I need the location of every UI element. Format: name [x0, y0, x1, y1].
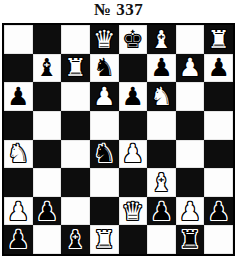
square-h2[interactable]: ♟	[204, 197, 233, 226]
square-a6[interactable]: ♟	[4, 82, 33, 111]
square-f8[interactable]: ♝	[147, 25, 176, 54]
square-c7[interactable]: ♜	[61, 54, 90, 83]
square-d5[interactable]	[90, 111, 119, 140]
square-h4[interactable]	[204, 140, 233, 169]
square-b8[interactable]	[33, 25, 62, 54]
square-c2[interactable]	[61, 197, 90, 226]
white-pawn: ♟	[179, 55, 201, 80]
black-knight: ♞	[93, 55, 115, 80]
white-pawn: ♟	[7, 199, 29, 224]
square-g5[interactable]	[176, 111, 205, 140]
white-rook: ♜	[93, 227, 115, 252]
square-a8[interactable]	[4, 25, 33, 54]
white-pawn: ♟	[122, 141, 144, 166]
square-h6[interactable]	[204, 82, 233, 111]
white-knight: ♞	[150, 84, 172, 109]
square-c6[interactable]	[61, 82, 90, 111]
black-pawn: ♟	[7, 84, 29, 109]
square-f1[interactable]	[147, 225, 176, 254]
black-bishop: ♝	[36, 55, 58, 80]
square-g8[interactable]	[176, 25, 205, 54]
black-pawn: ♟	[36, 199, 58, 224]
square-a4[interactable]: ♞	[4, 140, 33, 169]
square-d1[interactable]: ♜	[90, 225, 119, 254]
square-b5[interactable]	[33, 111, 62, 140]
square-d3[interactable]	[90, 168, 119, 197]
square-a1[interactable]: ♟	[4, 225, 33, 254]
square-h8[interactable]: ♜	[204, 25, 233, 54]
white-rook: ♜	[207, 27, 229, 52]
black-king: ♚	[122, 27, 144, 52]
square-a3[interactable]	[4, 168, 33, 197]
square-g7[interactable]: ♟	[176, 54, 205, 83]
square-e2[interactable]: ♛	[119, 197, 148, 226]
black-pawn: ♟	[150, 199, 172, 224]
square-b4[interactable]	[33, 140, 62, 169]
square-h5[interactable]	[204, 111, 233, 140]
square-f6[interactable]: ♞	[147, 82, 176, 111]
black-pawn: ♟	[207, 199, 229, 224]
black-pawn: ♟	[150, 55, 172, 80]
square-b7[interactable]: ♝	[33, 54, 62, 83]
square-c3[interactable]	[61, 168, 90, 197]
square-c4[interactable]	[61, 140, 90, 169]
puzzle-page: № 337 ♛♚♝♜♝♜♞♟♟♟♟♟♟♞♞♞♟♝♟♟♛♟♟♟♟♝♜♜	[0, 0, 237, 261]
square-a7[interactable]	[4, 54, 33, 83]
square-g6[interactable]	[176, 82, 205, 111]
square-f2[interactable]: ♟	[147, 197, 176, 226]
black-knight: ♞	[93, 141, 115, 166]
square-b1[interactable]	[33, 225, 62, 254]
square-e8[interactable]: ♚	[119, 25, 148, 54]
square-d7[interactable]: ♞	[90, 54, 119, 83]
square-g4[interactable]	[176, 140, 205, 169]
square-e4[interactable]: ♟	[119, 140, 148, 169]
puzzle-number-title: № 337	[0, 0, 237, 20]
white-rook: ♜	[64, 55, 86, 80]
white-pawn: ♟	[93, 84, 115, 109]
chess-board: ♛♚♝♜♝♜♞♟♟♟♟♟♟♞♞♞♟♝♟♟♛♟♟♟♟♝♜♜	[2, 23, 235, 256]
square-h7[interactable]: ♟	[204, 54, 233, 83]
square-e5[interactable]	[119, 111, 148, 140]
square-b6[interactable]	[33, 82, 62, 111]
square-e3[interactable]	[119, 168, 148, 197]
black-pawn: ♟	[7, 227, 29, 252]
square-b2[interactable]: ♟	[33, 197, 62, 226]
black-bishop: ♝	[64, 227, 86, 252]
white-knight: ♞	[7, 141, 29, 166]
square-e7[interactable]	[119, 54, 148, 83]
square-f3[interactable]: ♝	[147, 168, 176, 197]
square-d6[interactable]: ♟	[90, 82, 119, 111]
black-pawn: ♟	[207, 55, 229, 80]
square-a5[interactable]	[4, 111, 33, 140]
white-queen: ♛	[93, 27, 115, 52]
black-rook: ♜	[179, 227, 201, 252]
square-g3[interactable]	[176, 168, 205, 197]
square-c1[interactable]: ♝	[61, 225, 90, 254]
square-d2[interactable]	[90, 197, 119, 226]
square-f7[interactable]: ♟	[147, 54, 176, 83]
black-pawn: ♟	[122, 84, 144, 109]
square-g1[interactable]: ♜	[176, 225, 205, 254]
white-bishop: ♝	[150, 27, 172, 52]
square-c8[interactable]	[61, 25, 90, 54]
square-b3[interactable]	[33, 168, 62, 197]
square-d8[interactable]: ♛	[90, 25, 119, 54]
square-f4[interactable]	[147, 140, 176, 169]
square-e6[interactable]: ♟	[119, 82, 148, 111]
square-e1[interactable]	[119, 225, 148, 254]
square-g2[interactable]: ♟	[176, 197, 205, 226]
square-f5[interactable]	[147, 111, 176, 140]
square-d4[interactable]: ♞	[90, 140, 119, 169]
square-h1[interactable]	[204, 225, 233, 254]
white-bishop: ♝	[150, 170, 172, 195]
white-queen: ♛	[122, 199, 144, 224]
square-a2[interactable]: ♟	[4, 197, 33, 226]
square-c5[interactable]	[61, 111, 90, 140]
white-pawn: ♟	[179, 199, 201, 224]
square-h3[interactable]	[204, 168, 233, 197]
